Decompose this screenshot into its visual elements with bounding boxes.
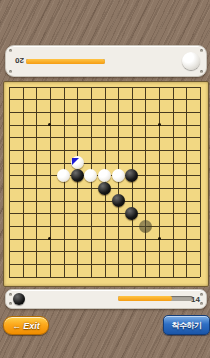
board-grid-line-horizontal [9,137,200,138]
board-grid-line-horizontal [9,163,200,164]
white-stone [57,169,70,182]
rivet-dot [200,70,203,73]
board-grid-line-horizontal [9,87,200,88]
board-grid-line-horizontal [9,239,200,240]
game-board[interactable] [3,81,209,287]
rivet-dot [9,302,12,305]
board-grid-line-horizontal [9,125,200,126]
rivet-dot [200,293,203,296]
rivet-dot [9,70,12,73]
rivet-dot [200,49,203,52]
opponent-timer-fill [26,59,105,64]
board-grid-line-horizontal [9,112,200,113]
board-grid-line-vertical [145,87,146,277]
white-stone [71,156,84,169]
board-grid-line-vertical [173,87,174,277]
opponent-time-label: 20 [15,56,24,65]
opponent-timer-track [26,59,105,64]
last-move-marker-icon [72,158,79,165]
opponent-timer-bar: 20 [5,45,207,77]
board-grid-line-horizontal [9,213,200,214]
exit-button[interactable]: ← Exit [3,316,49,335]
board-grid-line-vertical [200,87,201,277]
black-stone [125,169,138,182]
board-grid-line-horizontal [9,99,200,100]
rivet-dot [9,293,12,296]
white-stone [112,169,125,182]
board-grid-line-vertical [159,87,160,277]
game-screen: 20 14 ← Exit 착수하기 [0,0,210,358]
player-timer-track [118,296,193,301]
board-grid-line-vertical [36,87,37,277]
black-stone-icon [13,293,25,305]
white-stone [84,169,97,182]
star-point [158,123,161,126]
rivet-dot [9,49,12,52]
confirm-button-label: 착수하기 [172,320,202,331]
board-grid-line-horizontal [9,150,200,151]
player-timer-fill [118,296,172,301]
white-stone [98,169,111,182]
star-point [48,123,51,126]
board-grid-line-vertical [186,87,187,277]
black-stone [71,169,84,182]
board-grid-line-horizontal [9,251,200,252]
exit-button-label: Exit [23,321,40,331]
back-arrow-icon: ← [12,321,21,331]
black-stone [98,182,111,195]
rivet-dot [200,302,203,305]
white-stone-icon [182,52,200,70]
board-grid-line-vertical [9,87,10,277]
board-grid-line-horizontal [9,226,200,227]
black-stone [125,207,138,220]
star-point [48,237,51,240]
board-grid-line-vertical [23,87,24,277]
confirm-move-button[interactable]: 착수하기 [163,315,210,335]
player-time-label: 14 [191,295,200,304]
pending-stone-preview[interactable] [139,220,152,233]
board-grid-line-horizontal [9,264,200,265]
board-grid-line-vertical [50,87,51,277]
board-grid-line-horizontal [9,277,200,278]
star-point [158,237,161,240]
black-stone [112,194,125,207]
board-grid-line-horizontal [9,201,200,202]
player-timer-bar: 14 [5,289,207,309]
